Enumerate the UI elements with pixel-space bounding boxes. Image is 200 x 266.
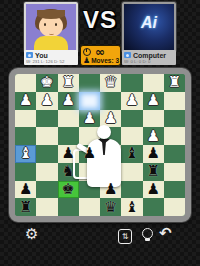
square-h7[interactable] (164, 92, 185, 110)
black-P-piece: ♟ (83, 145, 96, 162)
square-d5[interactable] (79, 127, 100, 145)
black-Q-piece: ♛ (104, 199, 117, 216)
square-b3[interactable] (36, 163, 57, 181)
square-e3[interactable] (100, 163, 121, 181)
chess-board-frame: ♚♜♛♜♟♟♟♟♟♟♟♟♝♟♟♝♟♞♜♟♚♟♟♜♛♝ (9, 68, 191, 222)
square-c5[interactable] (58, 127, 79, 145)
black-P-piece: ♟ (146, 145, 159, 162)
square-f8[interactable] (121, 74, 142, 92)
player-bar-computer: Computer W: 0 L: 0 D: 0 (122, 50, 176, 65)
square-h5[interactable] (164, 127, 185, 145)
square-a6[interactable] (15, 110, 36, 128)
black-P-piece: ♟ (146, 181, 159, 198)
square-h4[interactable] (164, 145, 185, 163)
square-d2[interactable] (79, 181, 100, 199)
undo-move-icon[interactable]: ↶ (159, 225, 172, 241)
white-P-piece: ♟ (146, 92, 159, 109)
flip-arrows-glyph: ⇅ (122, 233, 129, 241)
square-e1[interactable]: ♛ (100, 198, 121, 216)
black-B-piece: ♝ (125, 199, 138, 216)
square-a8[interactable] (15, 74, 36, 92)
square-f7[interactable]: ♟ (121, 92, 142, 110)
white-B-piece: ♝ (19, 145, 32, 162)
square-f1[interactable]: ♝ (121, 198, 142, 216)
chess-board[interactable]: ♚♜♛♜♟♟♟♟♟♟♟♟♝♟♟♝♟♞♜♟♚♟♟♜♛♝ (15, 74, 185, 216)
app-screen: VS Ai You W: 231 L: 126 D: 52 ∞ ♟ Moves:… (0, 0, 200, 266)
square-d7[interactable] (79, 92, 100, 110)
square-a2[interactable]: ♟ (15, 181, 36, 199)
white-P-piece: ♟ (125, 92, 138, 109)
white-P-piece: ♟ (40, 92, 53, 109)
square-c2[interactable]: ♚ (58, 181, 79, 199)
square-h1[interactable] (164, 198, 185, 216)
player-photo-icon (26, 52, 33, 58)
player-bar-you: You W: 231 L: 126 D: 52 (24, 50, 78, 65)
square-g5[interactable]: ♟ (143, 127, 164, 145)
square-d3[interactable] (79, 163, 100, 181)
square-e7[interactable] (100, 92, 121, 110)
player-stats-computer: W: 0 L: 0 D: 0 (124, 59, 160, 63)
avatar-computer: Ai (122, 2, 176, 52)
clock-icon (83, 48, 91, 56)
square-g6[interactable] (143, 110, 164, 128)
square-d1[interactable] (79, 198, 100, 216)
white-P-piece: ♟ (146, 128, 159, 145)
square-g1[interactable] (143, 198, 164, 216)
boy-shirt (34, 36, 68, 50)
square-h2[interactable] (164, 181, 185, 199)
hint-lightbulb-icon[interactable] (141, 228, 153, 243)
pawn-icon: ♟ (83, 56, 90, 65)
square-e2[interactable]: ♟ (100, 181, 121, 199)
flip-board-icon[interactable]: ⇅ (118, 229, 132, 244)
black-P-piece: ♟ (19, 181, 32, 198)
square-e5[interactable] (100, 127, 121, 145)
time-infinity-symbol: ∞ (95, 48, 105, 56)
square-c8[interactable]: ♜ (58, 74, 79, 92)
square-c6[interactable] (58, 110, 79, 128)
player-name-computer: Computer (133, 52, 166, 59)
square-a1[interactable]: ♜ (15, 198, 36, 216)
square-c3[interactable]: ♞ (58, 163, 79, 181)
black-P-piece: ♟ (61, 145, 74, 162)
moves-value: 3 (115, 57, 119, 64)
square-a3[interactable] (15, 163, 36, 181)
white-Q-piece: ♛ (104, 74, 117, 91)
square-g7[interactable]: ♟ (143, 92, 164, 110)
square-b5[interactable] (36, 127, 57, 145)
square-f3[interactable] (121, 163, 142, 181)
square-g8[interactable] (143, 74, 164, 92)
square-h8[interactable]: ♜ (164, 74, 185, 92)
square-b2[interactable] (36, 181, 57, 199)
square-f6[interactable] (121, 110, 142, 128)
white-R-piece: ♜ (61, 74, 74, 91)
black-R-piece: ♜ (146, 163, 159, 180)
square-a5[interactable] (15, 127, 36, 145)
player-name-you: You (35, 52, 48, 59)
square-c4[interactable]: ♟ (58, 145, 79, 163)
ai-avatar-text: Ai (124, 14, 174, 32)
white-P-piece: ♟ (83, 110, 96, 127)
white-P-piece: ♟ (104, 110, 117, 127)
computer-photo-icon (124, 52, 131, 58)
player-stats-you: W: 231 L: 126 D: 52 (26, 59, 62, 63)
black-K-piece: ♚ (61, 181, 74, 198)
moves-label: Moves: (91, 57, 113, 64)
square-e4[interactable] (100, 145, 121, 163)
square-f2[interactable] (121, 181, 142, 199)
square-a7[interactable]: ♟ (15, 92, 36, 110)
square-c1[interactable] (58, 198, 79, 216)
square-h3[interactable] (164, 163, 185, 181)
black-N-piece: ♞ (61, 163, 74, 180)
square-g2[interactable]: ♟ (143, 181, 164, 199)
square-d4[interactable]: ♟ (79, 145, 100, 163)
white-K-piece: ♚ (40, 74, 53, 91)
square-b7[interactable]: ♟ (36, 92, 57, 110)
square-e6[interactable]: ♟ (100, 110, 121, 128)
square-f4[interactable]: ♝ (121, 145, 142, 163)
black-P-piece: ♟ (104, 181, 117, 198)
black-R-piece: ♜ (19, 199, 32, 216)
square-e8[interactable]: ♛ (100, 74, 121, 92)
square-d8[interactable] (79, 74, 100, 92)
square-d6[interactable]: ♟ (79, 110, 100, 128)
bulb-base (145, 238, 150, 241)
square-g3[interactable]: ♜ (143, 163, 164, 181)
square-a4[interactable]: ♝ (15, 145, 36, 163)
black-B-piece: ♝ (125, 145, 138, 162)
square-g4[interactable]: ♟ (143, 145, 164, 163)
square-b1[interactable] (36, 198, 57, 216)
white-P-piece: ♟ (19, 92, 32, 109)
square-b8[interactable]: ♚ (36, 74, 57, 92)
match-info-badge: ∞ ♟ Moves: 3 (80, 45, 121, 66)
square-f5[interactable] (121, 127, 142, 145)
white-R-piece: ♜ (168, 74, 181, 91)
square-b4[interactable] (36, 145, 57, 163)
square-b6[interactable] (36, 110, 57, 128)
white-P-piece: ♟ (61, 92, 74, 109)
square-c7[interactable]: ♟ (58, 92, 79, 110)
square-h6[interactable] (164, 110, 185, 128)
settings-gear-icon[interactable]: ⚙ (25, 226, 38, 242)
